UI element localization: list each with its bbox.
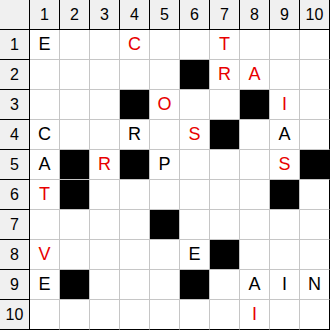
cell-r2c1[interactable] <box>30 60 60 90</box>
cell-r10c8[interactable]: I <box>240 300 270 330</box>
cell-r6c7[interactable] <box>210 180 240 210</box>
cell-r3c1[interactable] <box>30 90 60 120</box>
col-header-3: 3 <box>90 0 120 30</box>
cell-r8c1[interactable]: V <box>30 240 60 270</box>
cell-r9c1[interactable]: E <box>30 270 60 300</box>
cell-r8c10[interactable] <box>300 240 330 270</box>
letter-A: A <box>38 154 50 175</box>
cell-r8c2[interactable] <box>60 240 90 270</box>
cell-r2c7[interactable]: R <box>210 60 240 90</box>
crossword-board: 123456789101ECT2RA3OI4CRSA5ARPS6T78VE9EA… <box>0 0 330 330</box>
cell-r9c4[interactable] <box>120 270 150 300</box>
cell-r3c6[interactable] <box>180 90 210 120</box>
red-letter-V: V <box>38 244 50 265</box>
col-header-4: 4 <box>120 0 150 30</box>
cell-r4c6[interactable]: S <box>180 120 210 150</box>
cell-r1c1[interactable]: E <box>30 30 60 60</box>
red-letter-S: S <box>188 124 200 145</box>
cell-r5c3[interactable]: R <box>90 150 120 180</box>
cell-r3c10[interactable] <box>300 90 330 120</box>
cell-r1c4[interactable]: C <box>120 30 150 60</box>
cell-r10c3[interactable] <box>90 300 120 330</box>
cell-r2c3[interactable] <box>90 60 120 90</box>
cell-r3c5[interactable]: O <box>150 90 180 120</box>
cell-r7c6[interactable] <box>180 210 210 240</box>
letter-E: E <box>38 274 50 295</box>
cell-r6c3[interactable] <box>90 180 120 210</box>
cell-r1c7[interactable]: T <box>210 30 240 60</box>
cell-r4c5[interactable] <box>150 120 180 150</box>
cell-r6c1[interactable]: T <box>30 180 60 210</box>
cell-r6c10[interactable] <box>300 180 330 210</box>
cell-r7c3[interactable] <box>90 210 120 240</box>
cell-r7c2[interactable] <box>60 210 90 240</box>
col-header-7: 7 <box>210 0 240 30</box>
col-header-2: 2 <box>60 0 90 30</box>
row-header-9: 9 <box>0 270 30 300</box>
cell-r10c4[interactable] <box>120 300 150 330</box>
black-cell-r8c7 <box>210 240 240 270</box>
black-cell-r5c4 <box>120 150 150 180</box>
col-header-1: 1 <box>30 0 60 30</box>
cell-r9c7[interactable] <box>210 270 240 300</box>
cell-r8c8[interactable] <box>240 240 270 270</box>
cell-r7c8[interactable] <box>240 210 270 240</box>
row-header-5: 5 <box>0 150 30 180</box>
col-header-6: 6 <box>180 0 210 30</box>
cell-r4c2[interactable] <box>60 120 90 150</box>
cell-r10c1[interactable] <box>30 300 60 330</box>
row-header-2: 2 <box>0 60 30 90</box>
cell-r6c5[interactable] <box>150 180 180 210</box>
letter-A: A <box>248 274 260 295</box>
cell-r2c4[interactable] <box>120 60 150 90</box>
cell-r8c3[interactable] <box>90 240 120 270</box>
cell-r3c2[interactable] <box>60 90 90 120</box>
cell-r2c5[interactable] <box>150 60 180 90</box>
cell-r10c2[interactable] <box>60 300 90 330</box>
cell-r10c6[interactable] <box>180 300 210 330</box>
black-cell-r9c2 <box>60 270 90 300</box>
cell-r9c8[interactable]: A <box>240 270 270 300</box>
cell-r1c6[interactable] <box>180 30 210 60</box>
cell-r4c4[interactable]: R <box>120 120 150 150</box>
header-corner <box>0 0 30 30</box>
cell-r10c7[interactable] <box>210 300 240 330</box>
row-header-6: 6 <box>0 180 30 210</box>
cell-r4c3[interactable] <box>90 120 120 150</box>
black-cell-r3c8 <box>240 90 270 120</box>
cell-r8c4[interactable] <box>120 240 150 270</box>
black-cell-r2c6 <box>180 60 210 90</box>
cell-r9c10[interactable]: N <box>300 270 330 300</box>
row-header-4: 4 <box>0 120 30 150</box>
red-letter-T: T <box>219 34 230 55</box>
black-cell-r6c2 <box>60 180 90 210</box>
black-cell-r3c4 <box>120 90 150 120</box>
cell-r4c1[interactable]: C <box>30 120 60 150</box>
cell-r5c6[interactable] <box>180 150 210 180</box>
letter-C: C <box>38 124 51 145</box>
cell-r5c5[interactable]: P <box>150 150 180 180</box>
cell-r2c8[interactable]: A <box>240 60 270 90</box>
col-header-9: 9 <box>270 0 300 30</box>
black-cell-r9c6 <box>180 270 210 300</box>
col-header-5: 5 <box>150 0 180 30</box>
cell-r4c8[interactable] <box>240 120 270 150</box>
letter-E: E <box>38 34 50 55</box>
letter-N: N <box>308 274 321 295</box>
cell-r5c9[interactable]: S <box>270 150 300 180</box>
cell-r5c8[interactable] <box>240 150 270 180</box>
cell-r5c7[interactable] <box>210 150 240 180</box>
col-header-8: 8 <box>240 0 270 30</box>
cell-r2c10[interactable] <box>300 60 330 90</box>
red-letter-I: I <box>252 304 257 325</box>
cell-r6c4[interactable] <box>120 180 150 210</box>
letter-P: P <box>158 154 170 175</box>
black-cell-r7c5 <box>150 210 180 240</box>
cell-r9c5[interactable] <box>150 270 180 300</box>
cell-r7c1[interactable] <box>30 210 60 240</box>
cell-r7c7[interactable] <box>210 210 240 240</box>
cell-r9c3[interactable] <box>90 270 120 300</box>
cell-r4c10[interactable] <box>300 120 330 150</box>
black-cell-r5c2 <box>60 150 90 180</box>
cell-r1c2[interactable] <box>60 30 90 60</box>
cell-r8c6[interactable]: E <box>180 240 210 270</box>
cell-r1c5[interactable] <box>150 30 180 60</box>
cell-r4c9[interactable]: A <box>270 120 300 150</box>
cell-r2c2[interactable] <box>60 60 90 90</box>
cell-r8c5[interactable] <box>150 240 180 270</box>
row-header-10: 10 <box>0 300 30 330</box>
cell-r3c9[interactable]: I <box>270 90 300 120</box>
red-letter-R: R <box>218 64 231 85</box>
red-letter-A: A <box>248 64 260 85</box>
cell-r1c8[interactable] <box>240 30 270 60</box>
cell-r9c9[interactable]: I <box>270 270 300 300</box>
row-header-8: 8 <box>0 240 30 270</box>
black-cell-r4c7 <box>210 120 240 150</box>
cell-r7c4[interactable] <box>120 210 150 240</box>
cell-r7c9[interactable] <box>270 210 300 240</box>
red-letter-T: T <box>39 184 50 205</box>
cell-r2c9[interactable] <box>270 60 300 90</box>
cell-r10c10[interactable] <box>300 300 330 330</box>
row-header-7: 7 <box>0 210 30 240</box>
red-letter-I: I <box>282 94 287 115</box>
black-cell-r5c10 <box>300 150 330 180</box>
red-letter-C: C <box>128 34 141 55</box>
cell-r6c8[interactable] <box>240 180 270 210</box>
cell-r3c3[interactable] <box>90 90 120 120</box>
cell-r5c1[interactable]: A <box>30 150 60 180</box>
cell-r10c9[interactable] <box>270 300 300 330</box>
letter-A: A <box>278 124 290 145</box>
cell-r10c5[interactable] <box>150 300 180 330</box>
red-letter-S: S <box>278 154 290 175</box>
red-letter-R: R <box>98 154 111 175</box>
black-cell-r6c9 <box>270 180 300 210</box>
cell-r3c7[interactable] <box>210 90 240 120</box>
col-header-10: 10 <box>300 0 330 30</box>
row-header-3: 3 <box>0 90 30 120</box>
letter-I: I <box>282 274 287 295</box>
cell-r1c9[interactable] <box>270 30 300 60</box>
cell-r8c9[interactable] <box>270 240 300 270</box>
cell-r6c6[interactable] <box>180 180 210 210</box>
letter-R: R <box>128 124 141 145</box>
row-header-1: 1 <box>0 30 30 60</box>
cell-r1c3[interactable] <box>90 30 120 60</box>
cell-r1c10[interactable] <box>300 30 330 60</box>
cell-r7c10[interactable] <box>300 210 330 240</box>
letter-E: E <box>188 244 200 265</box>
red-letter-O: O <box>157 94 171 115</box>
